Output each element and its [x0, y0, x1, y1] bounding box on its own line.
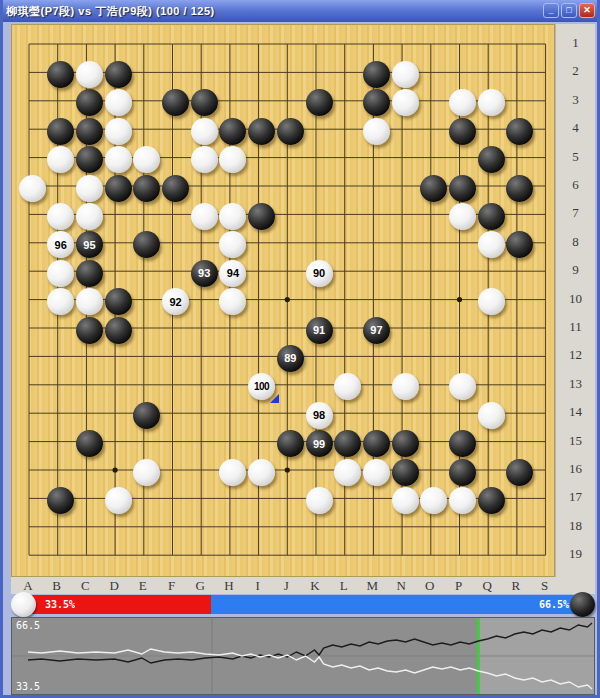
row-label: 2: [556, 63, 595, 79]
white-stone: [363, 459, 390, 486]
black-stone: [449, 175, 476, 202]
move-number: 98: [313, 409, 325, 421]
black-stone: [133, 175, 160, 202]
white-stone: [306, 487, 333, 514]
black-stone: [191, 89, 218, 116]
column-label: P: [449, 578, 469, 594]
white-stone: 98: [306, 402, 333, 429]
column-label: J: [276, 578, 296, 594]
row-coordinate-labels: 12345678910111213141516171819: [555, 24, 595, 577]
black-stone: [363, 61, 390, 88]
column-label: I: [248, 578, 268, 594]
white-stone: [76, 61, 103, 88]
white-stone: 90: [306, 260, 333, 287]
window-title: 柳琪瑩(P7段) vs 丁浩(P9段) (100 / 125): [6, 4, 215, 19]
title-bar[interactable]: 柳琪瑩(P7段) vs 丁浩(P9段) (100 / 125) _ □ ✕: [0, 0, 600, 22]
white-stone: [105, 487, 132, 514]
black-stone: [363, 430, 390, 457]
black-winrate-label: 66.5%: [539, 599, 569, 610]
black-stone: [363, 89, 390, 116]
black-stone: [248, 203, 275, 230]
winrate-bar: 33.5% 66.5%: [11, 594, 595, 615]
black-stone: [105, 175, 132, 202]
white-stone: [76, 288, 103, 315]
black-stone: [392, 459, 419, 486]
black-stone: [506, 175, 533, 202]
white-stone: [478, 231, 505, 258]
row-label: 15: [556, 433, 595, 449]
black-stone: [76, 430, 103, 457]
white-stone: [105, 118, 132, 145]
white-stone: [363, 118, 390, 145]
row-label: 16: [556, 461, 595, 477]
black-stone: [449, 459, 476, 486]
row-label: 4: [556, 120, 595, 136]
black-stone: [47, 118, 74, 145]
row-label: 12: [556, 347, 595, 363]
minimize-button[interactable]: _: [543, 3, 559, 18]
column-coordinate-labels: ABCDEFGHIJKLMNOPQRS: [11, 577, 595, 594]
black-stone: [277, 430, 304, 457]
black-stone: [449, 118, 476, 145]
column-label: L: [334, 578, 354, 594]
black-stone: [506, 118, 533, 145]
row-label: 7: [556, 205, 595, 221]
window-controls: _ □ ✕: [543, 3, 595, 18]
white-stone: [47, 203, 74, 230]
row-label: 14: [556, 404, 595, 420]
white-stone: [19, 175, 46, 202]
white-stone: [105, 89, 132, 116]
graph-min-label: 33.5: [16, 681, 40, 692]
row-label: 13: [556, 376, 595, 392]
column-label: H: [219, 578, 239, 594]
move-number: 90: [313, 267, 325, 279]
row-label: 10: [556, 291, 595, 307]
row-label: 3: [556, 92, 595, 108]
white-stone: [219, 459, 246, 486]
column-label: G: [190, 578, 210, 594]
column-label: S: [535, 578, 555, 594]
black-stone: [478, 203, 505, 230]
move-number: 89: [284, 352, 296, 364]
white-stone: [248, 459, 275, 486]
column-label: Q: [477, 578, 497, 594]
column-label: B: [47, 578, 67, 594]
white-stone: [191, 146, 218, 173]
white-stone: [392, 89, 419, 116]
black-stone: [306, 89, 333, 116]
black-stone: [47, 61, 74, 88]
row-label: 18: [556, 518, 595, 534]
app-window: 柳琪瑩(P7段) vs 丁浩(P9段) (100 / 125) _ □ ✕ 95…: [0, 0, 600, 698]
white-stone: 94: [219, 260, 246, 287]
white-stone: [76, 175, 103, 202]
row-label: 9: [556, 262, 595, 278]
column-label: M: [362, 578, 382, 594]
white-stone: [105, 146, 132, 173]
black-stone: [76, 89, 103, 116]
white-stone: [47, 260, 74, 287]
move-number: 99: [313, 438, 325, 450]
move-number: 96: [55, 239, 67, 251]
black-stone: [105, 61, 132, 88]
white-stone: [392, 61, 419, 88]
winrate-graph[interactable]: 66.5 33.5: [11, 617, 595, 695]
white-winrate-label: 33.5%: [45, 599, 75, 610]
black-stone: [76, 146, 103, 173]
column-label: D: [104, 578, 124, 594]
last-move-marker-icon: [270, 394, 279, 403]
move-number: 97: [370, 324, 382, 336]
black-stone: [248, 118, 275, 145]
black-stone: [47, 487, 74, 514]
white-stone: [392, 373, 419, 400]
column-label: F: [162, 578, 182, 594]
row-label: 11: [556, 319, 595, 335]
black-stone: [478, 487, 505, 514]
black-stone: [162, 175, 189, 202]
black-stone: [277, 118, 304, 145]
black-stone: [76, 118, 103, 145]
winrate-track: 33.5% 66.5%: [23, 595, 583, 614]
close-button[interactable]: ✕: [579, 3, 595, 18]
black-stone: [76, 317, 103, 344]
black-stone: [392, 430, 419, 457]
white-stone: [76, 203, 103, 230]
white-stone: 92: [162, 288, 189, 315]
black-stone: [219, 118, 246, 145]
white-stone: [392, 487, 419, 514]
move-number: 100: [254, 381, 269, 392]
row-label: 6: [556, 177, 595, 193]
white-stone: [478, 402, 505, 429]
move-number: 94: [227, 267, 239, 279]
white-stone-icon: [11, 592, 36, 617]
white-stone: [334, 459, 361, 486]
column-label: O: [420, 578, 440, 594]
winrate-graph-plot: [12, 618, 594, 694]
white-stone: [449, 203, 476, 230]
column-label: C: [75, 578, 95, 594]
white-stone: [191, 118, 218, 145]
move-number: 93: [198, 267, 210, 279]
row-label: 1: [556, 35, 595, 51]
black-stone: [420, 175, 447, 202]
black-stone: 97: [363, 317, 390, 344]
black-stone-icon: [570, 592, 595, 617]
black-stone: [478, 146, 505, 173]
black-stone: [133, 402, 160, 429]
row-label: 19: [556, 546, 595, 562]
black-stone: 95: [76, 231, 103, 258]
white-stone: 100: [248, 373, 275, 400]
column-label: R: [506, 578, 526, 594]
black-stone: [76, 260, 103, 287]
white-stone: [420, 487, 447, 514]
black-stone: 93: [191, 260, 218, 287]
white-stone: [133, 459, 160, 486]
row-label: 5: [556, 149, 595, 165]
black-stone: [105, 317, 132, 344]
move-number: 92: [169, 296, 181, 308]
white-stone: [478, 288, 505, 315]
maximize-button[interactable]: □: [561, 3, 577, 18]
black-stone: 91: [306, 317, 333, 344]
black-stone: 89: [277, 345, 304, 372]
column-label: N: [391, 578, 411, 594]
white-stone: [478, 89, 505, 116]
black-stone: 99: [306, 430, 333, 457]
row-label: 17: [556, 489, 595, 505]
white-stone: [449, 487, 476, 514]
black-stone: [105, 288, 132, 315]
move-number: 95: [83, 239, 95, 251]
graph-max-label: 66.5: [16, 620, 40, 631]
move-number: 91: [313, 324, 325, 336]
black-stone: [449, 430, 476, 457]
column-label: E: [133, 578, 153, 594]
row-label: 8: [556, 234, 595, 250]
black-stone: [506, 459, 533, 486]
column-label: K: [305, 578, 325, 594]
go-board[interactable]: 9593919789999694909210098: [11, 24, 555, 577]
white-stone: [191, 203, 218, 230]
